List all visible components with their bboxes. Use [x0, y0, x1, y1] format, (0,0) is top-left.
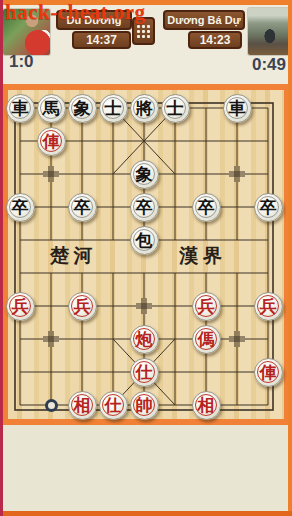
- piece-red-soldier[interactable]: 兵: [6, 292, 35, 321]
- river-label-han-jie: 漢 界: [179, 244, 243, 268]
- piece-black-advisor[interactable]: 士: [99, 94, 128, 123]
- xiangqi-app: Du Dương 14:37 Dương Bá Dự 14:23 1:0 0:4…: [0, 0, 292, 516]
- piece-black-soldier[interactable]: 卒: [192, 193, 221, 222]
- piece-black-chariot[interactable]: 車: [223, 94, 252, 123]
- grid-menu-icon: [137, 25, 150, 38]
- piece-black-horse[interactable]: 馬: [37, 94, 66, 123]
- piece-red-cannon[interactable]: 炮: [130, 325, 159, 354]
- move-countdown: 0:49: [252, 55, 286, 75]
- player1-clock: 14:37: [72, 31, 131, 49]
- piece-red-chariot[interactable]: 俥: [254, 358, 283, 387]
- piece-black-soldier[interactable]: 卒: [68, 193, 97, 222]
- bottom-empty-area: [0, 425, 292, 516]
- player2-name: Dương Bá Dự: [163, 10, 245, 30]
- watermark: hack-cheat.org: [5, 0, 146, 25]
- piece-red-chariot[interactable]: 俥: [37, 127, 66, 156]
- player2-clock: 14:23: [188, 31, 242, 49]
- piece-red-advisor[interactable]: 仕: [130, 358, 159, 387]
- piece-black-advisor[interactable]: 士: [161, 94, 190, 123]
- piece-red-general[interactable]: 帥: [130, 391, 159, 420]
- piece-black-general[interactable]: 將: [130, 94, 159, 123]
- piece-red-advisor[interactable]: 仕: [99, 391, 128, 420]
- piece-black-cannon[interactable]: 包: [130, 226, 159, 255]
- piece-red-soldier[interactable]: 兵: [254, 292, 283, 321]
- piece-black-soldier[interactable]: 卒: [6, 193, 35, 222]
- piece-black-chariot[interactable]: 車: [6, 94, 35, 123]
- piece-black-elephant[interactable]: 象: [130, 160, 159, 189]
- piece-black-elephant[interactable]: 象: [68, 94, 97, 123]
- piece-red-elephant[interactable]: 相: [68, 391, 97, 420]
- piece-black-soldier[interactable]: 卒: [254, 193, 283, 222]
- player2-avatar[interactable]: [248, 8, 290, 55]
- last-move-origin-marker: [45, 399, 58, 412]
- river-label-chu-he: 楚 河: [50, 244, 110, 268]
- piece-black-soldier[interactable]: 卒: [130, 193, 159, 222]
- piece-red-soldier[interactable]: 兵: [192, 292, 221, 321]
- xiangqi-board[interactable]: 楚 河 漢 界 車馬象士將士車象卒卒卒卒卒包俥兵兵兵兵炮傌仕俥相仕帥相: [0, 84, 292, 425]
- match-score: 1:0: [9, 52, 34, 72]
- piece-red-soldier[interactable]: 兵: [68, 292, 97, 321]
- piece-red-horse[interactable]: 傌: [192, 325, 221, 354]
- piece-red-elephant[interactable]: 相: [192, 391, 221, 420]
